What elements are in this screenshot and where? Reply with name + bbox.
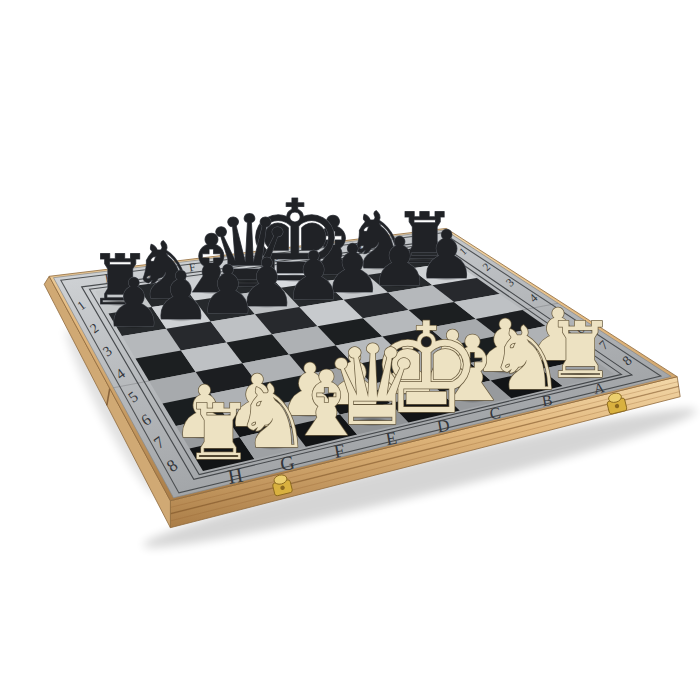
chessboard-scene: HHGGFFEEDDCCBBAA1122334455667788♜♞♝♟♚♟♛♟… bbox=[0, 0, 700, 700]
piece-white-rook-h8: ♜ bbox=[184, 387, 253, 477]
piece-black-pawn-h2: ♟ bbox=[104, 264, 164, 342]
chess-set-photo: HHGGFFEEDDCCBBAA1122334455667788♜♞♝♟♚♟♛♟… bbox=[0, 0, 700, 700]
